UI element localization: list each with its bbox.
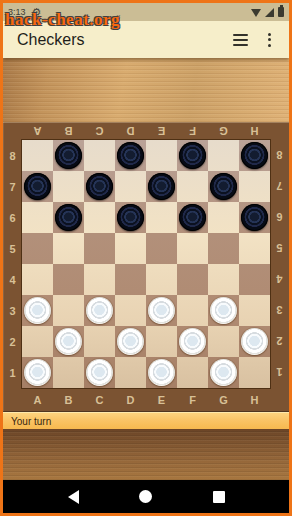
rank-label: 5 [3, 233, 22, 264]
white-checker[interactable] [24, 359, 51, 386]
square-f5[interactable] [177, 233, 208, 264]
square-d3[interactable] [115, 295, 146, 326]
square-g3[interactable] [208, 295, 239, 326]
white-checker[interactable] [210, 359, 237, 386]
square-h8[interactable] [239, 140, 270, 171]
rank-label: 7 [3, 171, 22, 202]
status-bar: 3:13 ⚙ [3, 3, 289, 21]
square-b5[interactable] [53, 233, 84, 264]
android-nav-bar [3, 480, 289, 513]
square-h2[interactable] [239, 326, 270, 357]
square-b2[interactable] [53, 326, 84, 357]
rank-label: 6 [3, 202, 22, 233]
app-bar: Checkers [3, 21, 289, 58]
square-b4[interactable] [53, 264, 84, 295]
settings-gear-icon: ⚙ [32, 7, 42, 18]
square-g6[interactable] [208, 202, 239, 233]
square-f7[interactable] [177, 171, 208, 202]
square-h7[interactable] [239, 171, 270, 202]
rank-label: 2 [3, 326, 22, 357]
rank-label: 8 [3, 140, 22, 171]
square-e8[interactable] [146, 140, 177, 171]
white-checker[interactable] [55, 328, 82, 355]
square-c6[interactable] [84, 202, 115, 233]
rank-label: 4 [3, 264, 22, 295]
file-label: F [177, 388, 208, 412]
square-d4[interactable] [115, 264, 146, 295]
square-a4[interactable] [22, 264, 53, 295]
file-label: H [239, 122, 270, 140]
white-checker[interactable] [148, 297, 175, 324]
square-e6[interactable] [146, 202, 177, 233]
square-f6[interactable] [177, 202, 208, 233]
wood-background-bottom [3, 429, 289, 480]
square-c2[interactable] [84, 326, 115, 357]
back-icon [68, 490, 79, 504]
white-checker[interactable] [86, 359, 113, 386]
checkers-app-screen: hack-cheat.org 3:13 ⚙ Checkers ABCDEFGH … [0, 0, 292, 516]
square-e5[interactable] [146, 233, 177, 264]
app-bar-actions [233, 30, 275, 50]
square-d7[interactable] [115, 171, 146, 202]
turn-status-bar: Your turn [3, 412, 289, 429]
square-e2[interactable] [146, 326, 177, 357]
square-c8[interactable] [84, 140, 115, 171]
file-label: B [53, 388, 84, 412]
square-a5[interactable] [22, 233, 53, 264]
dark-checker[interactable] [24, 173, 51, 200]
file-label: A [22, 388, 53, 412]
white-checker[interactable] [210, 297, 237, 324]
rank-label: 4 [270, 264, 289, 295]
rank-label: 1 [3, 357, 22, 388]
rank-label: 3 [3, 295, 22, 326]
cell-signal-icon [265, 8, 274, 17]
dark-checker[interactable] [241, 204, 268, 231]
battery-icon [278, 7, 284, 17]
square-d5[interactable] [115, 233, 146, 264]
rank-labels-left: 87654321 [3, 140, 22, 388]
square-a1[interactable] [22, 357, 53, 388]
square-e1[interactable] [146, 357, 177, 388]
checkers-board: ABCDEFGH 87654321 87654321 ABCDEFGH [3, 122, 289, 412]
dark-checker[interactable] [241, 142, 268, 169]
file-label: F [177, 122, 208, 140]
square-c4[interactable] [84, 264, 115, 295]
square-b3[interactable] [53, 295, 84, 326]
hamburger-menu-icon[interactable] [233, 30, 248, 50]
file-label: H [239, 388, 270, 412]
square-d2[interactable] [115, 326, 146, 357]
square-d6[interactable] [115, 202, 146, 233]
file-labels-top: ABCDEFGH [22, 122, 270, 140]
square-a6[interactable] [22, 202, 53, 233]
white-checker[interactable] [86, 297, 113, 324]
square-e4[interactable] [146, 264, 177, 295]
dark-checker[interactable] [86, 173, 113, 200]
square-c1[interactable] [84, 357, 115, 388]
home-icon [139, 490, 152, 503]
rank-label: 5 [270, 233, 289, 264]
recents-button[interactable] [204, 482, 234, 512]
square-g7[interactable] [208, 171, 239, 202]
square-e7[interactable] [146, 171, 177, 202]
square-a8[interactable] [22, 140, 53, 171]
rank-label: 2 [270, 326, 289, 357]
square-d1[interactable] [115, 357, 146, 388]
status-right-cluster [251, 7, 284, 17]
board-squares [21, 139, 271, 389]
wood-background-top [3, 58, 289, 122]
square-b8[interactable] [53, 140, 84, 171]
file-label: A [22, 122, 53, 140]
dark-checker[interactable] [179, 142, 206, 169]
rank-label: 3 [270, 295, 289, 326]
home-button[interactable] [131, 482, 161, 512]
square-f2[interactable] [177, 326, 208, 357]
square-f8[interactable] [177, 140, 208, 171]
file-label: G [208, 122, 239, 140]
back-button[interactable] [58, 482, 88, 512]
dark-checker[interactable] [117, 204, 144, 231]
square-b7[interactable] [53, 171, 84, 202]
square-e3[interactable] [146, 295, 177, 326]
file-label: C [84, 122, 115, 140]
square-f1[interactable] [177, 357, 208, 388]
square-h3[interactable] [239, 295, 270, 326]
status-left-cluster: 3:13 ⚙ [8, 7, 41, 18]
square-b6[interactable] [53, 202, 84, 233]
clock-text: 3:13 [8, 7, 26, 17]
dark-checker[interactable] [55, 204, 82, 231]
turn-status-text: Your turn [11, 416, 51, 427]
square-c3[interactable] [84, 295, 115, 326]
dark-checker[interactable] [117, 142, 144, 169]
square-c5[interactable] [84, 233, 115, 264]
file-label: D [115, 122, 146, 140]
square-f4[interactable] [177, 264, 208, 295]
square-h1[interactable] [239, 357, 270, 388]
white-checker[interactable] [179, 328, 206, 355]
white-checker[interactable] [148, 359, 175, 386]
square-a7[interactable] [22, 171, 53, 202]
square-g1[interactable] [208, 357, 239, 388]
file-label: G [208, 388, 239, 412]
square-c7[interactable] [84, 171, 115, 202]
square-g8[interactable] [208, 140, 239, 171]
square-h4[interactable] [239, 264, 270, 295]
square-h5[interactable] [239, 233, 270, 264]
rank-label: 7 [270, 171, 289, 202]
dark-checker[interactable] [148, 173, 175, 200]
square-b1[interactable] [53, 357, 84, 388]
wifi-icon [251, 9, 261, 17]
white-checker[interactable] [24, 297, 51, 324]
dark-checker[interactable] [55, 142, 82, 169]
white-checker[interactable] [117, 328, 144, 355]
rank-label: 1 [270, 357, 289, 388]
square-g4[interactable] [208, 264, 239, 295]
square-g2[interactable] [208, 326, 239, 357]
file-label: E [146, 122, 177, 140]
app-title: Checkers [17, 31, 85, 49]
square-h6[interactable] [239, 202, 270, 233]
file-labels-bottom: ABCDEFGH [22, 388, 270, 412]
file-label: B [53, 122, 84, 140]
overflow-menu-icon[interactable] [264, 31, 275, 49]
rank-labels-right: 87654321 [270, 140, 289, 388]
file-label: E [146, 388, 177, 412]
dark-checker[interactable] [210, 173, 237, 200]
file-label: D [115, 388, 146, 412]
square-g5[interactable] [208, 233, 239, 264]
square-d8[interactable] [115, 140, 146, 171]
recents-icon [213, 491, 225, 503]
square-f3[interactable] [177, 295, 208, 326]
file-label: C [84, 388, 115, 412]
rank-label: 6 [270, 202, 289, 233]
square-a2[interactable] [22, 326, 53, 357]
rank-label: 8 [270, 140, 289, 171]
dark-checker[interactable] [179, 204, 206, 231]
white-checker[interactable] [241, 328, 268, 355]
square-a3[interactable] [22, 295, 53, 326]
